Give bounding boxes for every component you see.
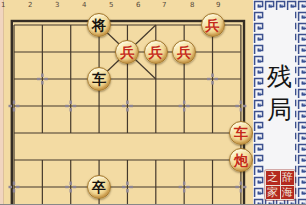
- piece-glyph: 将: [92, 18, 106, 32]
- piece-red-chariot[interactable]: 车: [229, 121, 253, 145]
- panel-title-char: 残: [253, 60, 306, 93]
- seal-char: 家: [266, 186, 280, 200]
- seal-char: 海: [281, 186, 295, 200]
- piece-glyph: 兵: [177, 45, 191, 59]
- side-panel: 残局 之辞家海: [253, 0, 306, 204]
- piece-black-soldier[interactable]: 卒: [87, 175, 111, 199]
- piece-glyph: 车: [92, 72, 106, 86]
- xiangqi-piece-layer: 将兵兵兵兵车车炮卒: [0, 12, 255, 205]
- piece-glyph: 卒: [92, 180, 106, 194]
- piece-glyph: 兵: [120, 45, 134, 59]
- piece-red-soldier[interactable]: 兵: [172, 40, 196, 64]
- panel-title-canju: 残局: [253, 60, 306, 126]
- piece-glyph: 兵: [206, 18, 220, 32]
- panel-title-char: 局: [253, 93, 306, 126]
- piece-black-general[interactable]: 将: [87, 13, 111, 37]
- piece-red-cannon[interactable]: 炮: [229, 148, 253, 172]
- piece-glyph: 炮: [234, 153, 248, 167]
- xiangqi-endgame-screenshot: 123456789 将兵兵兵兵车车炮卒 残局 之辞家海: [0, 0, 306, 204]
- piece-glyph: 车: [234, 126, 248, 140]
- piece-glyph: 兵: [149, 45, 163, 59]
- piece-red-soldier[interactable]: 兵: [201, 13, 225, 37]
- piece-black-chariot[interactable]: 车: [87, 67, 111, 91]
- seal-char: 之: [266, 171, 280, 185]
- seal-char: 辞: [281, 171, 295, 185]
- piece-red-soldier[interactable]: 兵: [144, 40, 168, 64]
- piece-red-soldier[interactable]: 兵: [115, 40, 139, 64]
- cihai-seal: 之辞家海: [265, 170, 295, 200]
